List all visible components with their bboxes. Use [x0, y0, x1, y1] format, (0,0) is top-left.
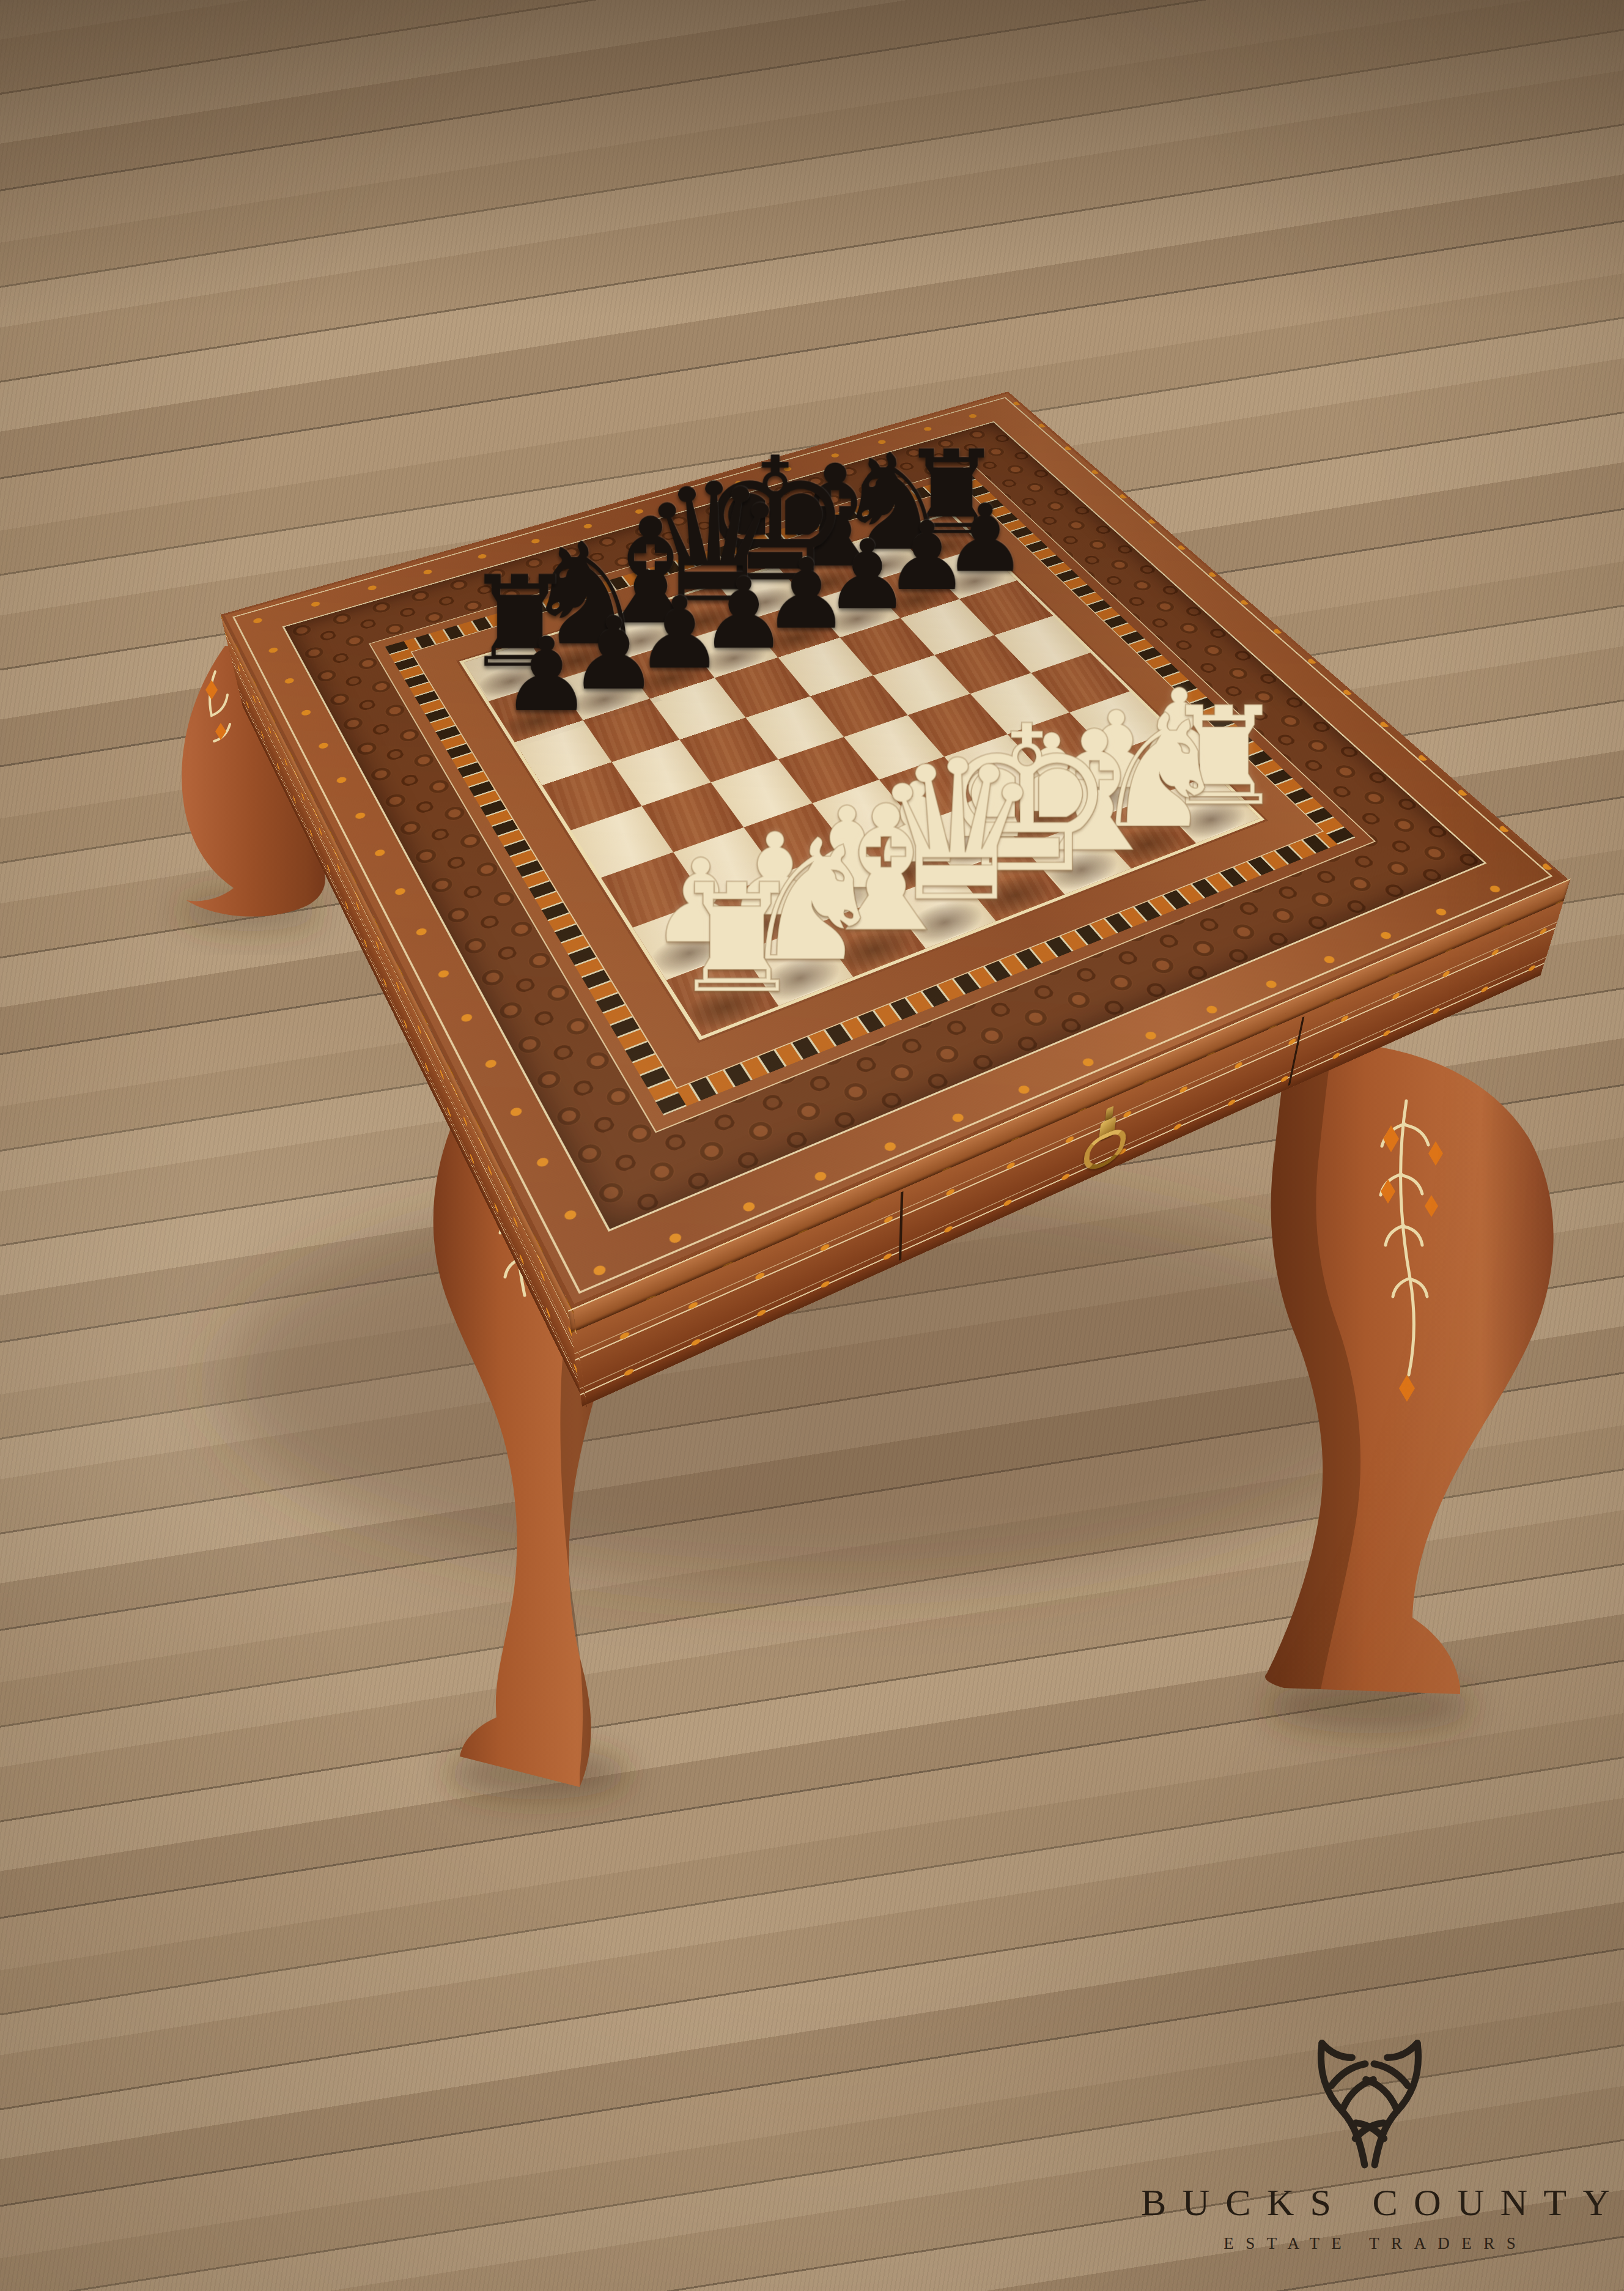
photo-scene: ♜♞♝♛♚♝♞♜♟♟♟♟♟♟♟♟♟♟♟♟♟♟♟♟♜♞♝♛♚♝♞♜	[0, 0, 1624, 2291]
photo-vignette	[0, 0, 1624, 2291]
